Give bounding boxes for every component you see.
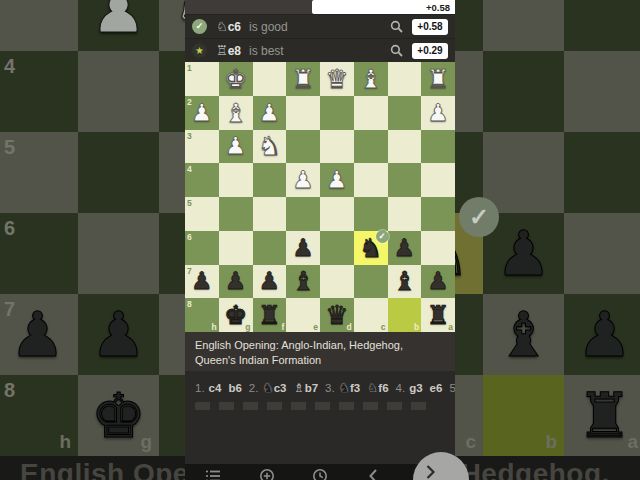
black-king-g8[interactable]: ♚ xyxy=(224,302,247,328)
analysis-move-label: ♖e8 xyxy=(216,43,241,58)
file-label-a: a xyxy=(627,431,638,453)
background-board-square-b4 xyxy=(483,51,564,132)
background-board-square-h5: 5 xyxy=(0,132,78,213)
board-square-h5[interactable]: 5 xyxy=(185,197,219,231)
background-board-square-a7: ♟ xyxy=(564,294,640,375)
board-square-c5[interactable] xyxy=(354,197,388,231)
chevron-right-icon[interactable] xyxy=(422,464,438,480)
board-square-a8[interactable]: a♜ xyxy=(421,298,455,332)
board-square-d5[interactable] xyxy=(320,197,354,231)
background-board-square-h8: 8h xyxy=(0,375,78,456)
black-rook-f8[interactable]: ♜ xyxy=(258,302,281,328)
eval-badge: +0.58 xyxy=(412,19,448,35)
analysis-row-best-move[interactable]: ★ ♖e8 is best +0.29 xyxy=(185,38,455,62)
board-square-b4[interactable] xyxy=(388,163,422,197)
background-board-square-h3: 3 xyxy=(0,0,78,51)
black-bishop-b7[interactable]: ♝ xyxy=(393,268,416,294)
board-square-f4[interactable] xyxy=(253,163,287,197)
board-square-f3[interactable]: ♞ xyxy=(253,130,287,164)
board-square-e7[interactable]: ♝ xyxy=(286,265,320,299)
board-square-g1[interactable]: ♚ xyxy=(219,62,253,96)
eval-gauge-value: +0.58 xyxy=(426,2,450,13)
figurine-icon: ♞ xyxy=(262,380,273,395)
background-board-square-b8: b xyxy=(483,375,564,456)
background-board-square-g3: ♟ xyxy=(78,0,159,51)
faded-move-line xyxy=(195,402,433,410)
background-board-square-b3 xyxy=(483,0,564,51)
board-square-f5[interactable] xyxy=(253,197,287,231)
background-board-square-g4 xyxy=(78,51,159,132)
board-square-e2[interactable] xyxy=(286,96,320,130)
board-square-h1[interactable]: 1 xyxy=(185,62,219,96)
board-square-d7[interactable] xyxy=(320,265,354,299)
board-square-e4[interactable]: ♟ xyxy=(286,163,320,197)
black-pawn-h7[interactable]: ♟ xyxy=(191,269,213,293)
rank-label-6: 6 xyxy=(187,232,192,242)
move-token[interactable]: e6 xyxy=(430,382,443,394)
analysis-row-good-move[interactable]: ✓ ♘c6 is good +0.58 xyxy=(185,14,455,38)
black-bishop-e7[interactable]: ♝ xyxy=(291,268,314,294)
file-label-h: h xyxy=(59,431,71,453)
file-label-f: f xyxy=(281,322,284,332)
board-square-c3[interactable] xyxy=(354,130,388,164)
analysis-move-label: ♘c6 xyxy=(216,19,241,34)
move-number: 2. xyxy=(249,382,259,394)
board-square-d3[interactable] xyxy=(320,130,354,164)
background-black-pawn-h7: ♟ xyxy=(10,304,66,366)
background-board-square-a4 xyxy=(564,51,640,132)
board-square-e1[interactable]: ♜ xyxy=(286,62,320,96)
board-square-d8[interactable]: d♛ xyxy=(320,298,354,332)
board-square-h2[interactable]: 2♟ xyxy=(185,96,219,130)
move-number: 1. xyxy=(195,382,205,394)
file-label-b: b xyxy=(545,431,557,453)
analysis-verdict: is best xyxy=(249,44,390,58)
star-circle-icon: ★ xyxy=(192,43,207,58)
black-pawn-e6[interactable]: ♟ xyxy=(292,236,314,260)
rank-label-6: 6 xyxy=(4,217,15,240)
move-number: 5. xyxy=(449,382,455,394)
white-pawn-a2[interactable]: ♟ xyxy=(427,101,449,125)
black-queen-d8[interactable]: ♛ xyxy=(325,302,348,328)
magnifier-icon[interactable] xyxy=(390,44,403,57)
board-square-a2[interactable]: ♟ xyxy=(421,96,455,130)
board-square-f8[interactable]: f♜ xyxy=(253,298,287,332)
file-label-b: b xyxy=(414,322,419,332)
white-pawn-e4[interactable]: ♟ xyxy=(292,168,314,192)
background-black-bishop-b7: ♝ xyxy=(496,304,552,366)
opening-name: English Opening: Anglo-Indian, Hedgehog,… xyxy=(185,332,455,371)
board-square-h6[interactable]: 6 xyxy=(185,231,219,265)
rank-label-8: 8 xyxy=(187,299,192,309)
background-board-square-g6 xyxy=(78,213,159,294)
rank-label-3: 3 xyxy=(187,131,192,141)
white-bishop-g2[interactable]: ♝ xyxy=(224,100,247,126)
board-square-e3[interactable] xyxy=(286,130,320,164)
black-pawn-b6[interactable]: ♟ xyxy=(394,236,416,260)
background-board-square-h4: 4 xyxy=(0,51,78,132)
rank-label-7: 7 xyxy=(4,298,15,321)
background-board-square-g7: ♟ xyxy=(78,294,159,375)
magnifier-icon[interactable] xyxy=(390,20,403,33)
analysis-verdict: is good xyxy=(249,20,390,34)
move-token[interactable]: ♞c3 xyxy=(262,382,286,394)
file-label-e: e xyxy=(313,322,318,332)
move-list-icon[interactable] xyxy=(205,468,221,480)
white-knight-f3[interactable]: ♞ xyxy=(258,133,281,159)
board-square-b3[interactable] xyxy=(388,130,422,164)
board-square-a5[interactable] xyxy=(421,197,455,231)
move-token[interactable]: g3 xyxy=(409,382,422,394)
file-label-c: c xyxy=(381,322,386,332)
white-queen-d1[interactable]: ♛ xyxy=(325,66,348,92)
eval-gauge-white-side: +0.58 xyxy=(312,0,455,14)
white-bishop-c1[interactable]: ♝ xyxy=(359,66,382,92)
background-black-rook-a8: ♜ xyxy=(577,385,633,447)
board-square-d4[interactable]: ♟ xyxy=(320,163,354,197)
rank-label-4: 4 xyxy=(187,164,192,174)
move-number: 4. xyxy=(396,382,406,394)
board-square-h3[interactable]: 3 xyxy=(185,130,219,164)
background-board-square-a3 xyxy=(564,0,640,51)
white-rook-a1[interactable]: ♜ xyxy=(426,66,449,92)
eval-badge: +0.29 xyxy=(412,43,448,59)
background-black-king-g8: ♚ xyxy=(91,385,147,447)
board-square-f1[interactable] xyxy=(253,62,287,96)
black-pawn-a7[interactable]: ♟ xyxy=(427,269,449,293)
board-square-f6[interactable] xyxy=(253,231,287,265)
board-square-f7[interactable]: ♟ xyxy=(253,265,287,299)
background-board-square-a5 xyxy=(564,132,640,213)
board-square-a3[interactable] xyxy=(421,130,455,164)
figurine-icon: ♘ xyxy=(367,380,378,395)
rank-label-8: 8 xyxy=(4,379,15,402)
board-square-f2[interactable]: ♟ xyxy=(253,96,287,130)
board-square-g5[interactable] xyxy=(219,197,253,231)
board-square-b1[interactable] xyxy=(388,62,422,96)
board-square-a4[interactable] xyxy=(421,163,455,197)
chess-analysis-app: +0.58 ✓ ♘c6 is good +0.58 ★ ♖e8 is best … xyxy=(185,0,455,480)
white-king-g1[interactable]: ♚ xyxy=(224,66,247,92)
eval-gauge-black-side xyxy=(185,0,312,14)
board-square-g2[interactable]: ♝ xyxy=(219,96,253,130)
background-board-square-a8: a♜ xyxy=(564,375,640,456)
background-black-pawn-b6: ♟ xyxy=(496,223,552,285)
move-token[interactable]: ♘f6 xyxy=(367,382,388,394)
background-board-square-b5 xyxy=(483,132,564,213)
board-square-b7[interactable]: ♝ xyxy=(388,265,422,299)
black-pawn-f7[interactable]: ♟ xyxy=(259,269,281,293)
figurine-icon: ♞ xyxy=(339,380,350,395)
background-board-square-h7: 7♟ xyxy=(0,294,78,375)
board-square-h4[interactable]: 4 xyxy=(185,163,219,197)
white-pawn-f2[interactable]: ♟ xyxy=(259,101,281,125)
board-square-d6[interactable] xyxy=(320,231,354,265)
move-number: 3. xyxy=(325,382,335,394)
rank-label-1: 1 xyxy=(187,63,192,73)
board-square-a1[interactable]: ♜ xyxy=(421,62,455,96)
add-circle-icon[interactable] xyxy=(259,468,275,480)
background-good-move-check-icon: ✓ xyxy=(459,197,499,237)
background-board-square-a6 xyxy=(564,213,640,294)
file-label-h: h xyxy=(212,322,217,332)
board-square-a7[interactable]: ♟ xyxy=(421,265,455,299)
file-label-c: c xyxy=(465,431,476,453)
eval-gauge: +0.58 xyxy=(185,0,455,14)
board-square-g8[interactable]: g♚ xyxy=(219,298,253,332)
rank-label-4: 4 xyxy=(4,55,15,78)
clock-icon[interactable] xyxy=(312,468,328,480)
board-square-g7[interactable]: ♟ xyxy=(219,265,253,299)
board-square-b2[interactable] xyxy=(388,96,422,130)
board-square-d1[interactable]: ♛ xyxy=(320,62,354,96)
board-square-e6[interactable]: ♟ xyxy=(286,231,320,265)
black-pawn-g7[interactable]: ♟ xyxy=(225,269,247,293)
move-token[interactable]: ♗b7 xyxy=(293,382,318,394)
rank-label-5: 5 xyxy=(187,198,192,208)
board-square-b8[interactable]: b xyxy=(388,298,422,332)
move-token[interactable]: ♞f3 xyxy=(339,382,360,394)
screenshot-stage: 123♟♞456♞♟7♟♟♝♟8hg♚fedcba♜ ✓ English Ope… xyxy=(0,0,640,480)
bottom-toolbar xyxy=(185,464,455,480)
file-label-g: g xyxy=(140,431,152,453)
figurine-icon: ♗ xyxy=(293,380,304,395)
board-square-c8[interactable]: c xyxy=(354,298,388,332)
background-board-square-h6: 6 xyxy=(0,213,78,294)
background-black-pawn-g7: ♟ xyxy=(91,304,147,366)
board-square-c1[interactable]: ♝ xyxy=(354,62,388,96)
move-token[interactable]: b6 xyxy=(228,382,241,394)
board-square-d2[interactable] xyxy=(320,96,354,130)
background-white-pawn-g3: ♟ xyxy=(91,0,147,42)
board-square-c6[interactable]: ♞✓ xyxy=(354,231,388,265)
board-square-h8[interactable]: 8h xyxy=(185,298,219,332)
board-square-c4[interactable] xyxy=(354,163,388,197)
board-square-e8[interactable]: e xyxy=(286,298,320,332)
background-board-square-b7: ♝ xyxy=(483,294,564,375)
move-token[interactable]: c4 xyxy=(209,382,222,394)
good-move-check-icon: ✓ xyxy=(376,230,389,243)
chess-board: 1♚♜♛♝♜2♟♝♟♟3♟♞4♟♟56♟♞✓♟7♟♟♟♝♝♟8hg♚f♜ed♛c… xyxy=(185,62,455,332)
chevron-left-icon[interactable] xyxy=(366,468,382,480)
background-board-square-g5 xyxy=(78,132,159,213)
board-square-g3[interactable]: ♟ xyxy=(219,130,253,164)
board-square-e5[interactable] xyxy=(286,197,320,231)
board-square-h7[interactable]: 7♟ xyxy=(185,265,219,299)
board-square-c2[interactable] xyxy=(354,96,388,130)
background-board-square-g8: g♚ xyxy=(78,375,159,456)
black-rook-a8[interactable]: ♜ xyxy=(426,302,449,328)
white-pawn-h2[interactable]: ♟ xyxy=(191,101,213,125)
board-square-c7[interactable] xyxy=(354,265,388,299)
board-square-b5[interactable] xyxy=(388,197,422,231)
board-square-b6[interactable]: ♟ xyxy=(388,231,422,265)
check-circle-icon: ✓ xyxy=(192,19,207,34)
background-black-pawn-a7: ♟ xyxy=(577,304,633,366)
move-list: 1.c4b62.♞c3♗b73.♞f3♘f64.g3e65.♝g2d56.cxd… xyxy=(185,371,455,463)
white-pawn-g3[interactable]: ♟ xyxy=(225,134,247,158)
white-rook-e1[interactable]: ♜ xyxy=(291,66,314,92)
board-square-g4[interactable] xyxy=(219,163,253,197)
board-square-a6[interactable] xyxy=(421,231,455,265)
rank-label-5: 5 xyxy=(4,136,15,159)
white-pawn-d4[interactable]: ♟ xyxy=(326,168,348,192)
board-square-g6[interactable] xyxy=(219,231,253,265)
